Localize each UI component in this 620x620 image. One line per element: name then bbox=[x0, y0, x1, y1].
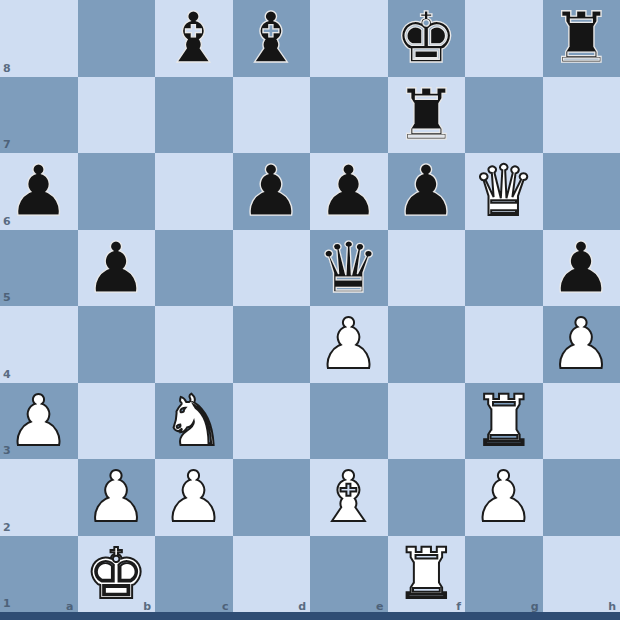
square-e6[interactable]: ♟ bbox=[310, 153, 388, 230]
piece-white-pawn[interactable]: ♟ bbox=[472, 459, 535, 535]
piece-black-pawn[interactable]: ♟ bbox=[7, 153, 70, 229]
piece-black-pawn[interactable]: ♟ bbox=[85, 230, 148, 306]
square-d5[interactable] bbox=[233, 230, 311, 307]
square-c6[interactable] bbox=[155, 153, 233, 230]
piece-black-pawn[interactable]: ♟ bbox=[240, 153, 303, 229]
piece-white-pawn[interactable]: ♟ bbox=[85, 459, 148, 535]
square-c1[interactable]: c bbox=[155, 536, 233, 613]
piece-black-queen[interactable]: ♛ bbox=[317, 230, 380, 306]
square-b2[interactable]: ♟ bbox=[78, 459, 156, 536]
board-bottom-bar bbox=[0, 612, 620, 620]
square-a3[interactable]: ♟3 bbox=[0, 383, 78, 460]
square-d6[interactable]: ♟ bbox=[233, 153, 311, 230]
square-b4[interactable] bbox=[78, 306, 156, 383]
square-d8[interactable]: ♝ bbox=[233, 0, 311, 77]
square-e3[interactable] bbox=[310, 383, 388, 460]
square-c3[interactable]: ♞ bbox=[155, 383, 233, 460]
square-f1[interactable]: ♜f bbox=[388, 536, 466, 613]
square-a6[interactable]: ♟6 bbox=[0, 153, 78, 230]
piece-black-rook[interactable]: ♜ bbox=[550, 0, 613, 76]
file-label-e: e bbox=[376, 601, 383, 612]
square-h7[interactable] bbox=[543, 77, 620, 154]
file-label-d: d bbox=[298, 601, 306, 612]
square-g4[interactable] bbox=[465, 306, 543, 383]
square-a2[interactable]: 2 bbox=[0, 459, 78, 536]
square-f6[interactable]: ♟ bbox=[388, 153, 466, 230]
square-f8[interactable]: ♚ bbox=[388, 0, 466, 77]
square-c7[interactable] bbox=[155, 77, 233, 154]
square-h3[interactable] bbox=[543, 383, 620, 460]
square-d1[interactable]: d bbox=[233, 536, 311, 613]
square-f4[interactable] bbox=[388, 306, 466, 383]
rank-label-6: 6 bbox=[3, 216, 11, 227]
square-c8[interactable]: ♝ bbox=[155, 0, 233, 77]
square-d3[interactable] bbox=[233, 383, 311, 460]
square-h2[interactable] bbox=[543, 459, 620, 536]
rank-label-8: 8 bbox=[3, 63, 11, 74]
square-d7[interactable] bbox=[233, 77, 311, 154]
square-g3[interactable]: ♜ bbox=[465, 383, 543, 460]
square-f3[interactable] bbox=[388, 383, 466, 460]
square-g6[interactable]: ♛ bbox=[465, 153, 543, 230]
piece-black-pawn[interactable]: ♟ bbox=[317, 153, 380, 229]
square-g1[interactable]: g bbox=[465, 536, 543, 613]
piece-white-rook[interactable]: ♜ bbox=[472, 383, 535, 459]
square-f7[interactable]: ♜ bbox=[388, 77, 466, 154]
square-e4[interactable]: ♟ bbox=[310, 306, 388, 383]
square-a1[interactable]: 1a bbox=[0, 536, 78, 613]
piece-white-pawn[interactable]: ♟ bbox=[162, 459, 225, 535]
square-b6[interactable] bbox=[78, 153, 156, 230]
piece-black-rook[interactable]: ♜ bbox=[395, 77, 458, 153]
piece-white-queen[interactable]: ♛ bbox=[472, 153, 535, 229]
rank-label-5: 5 bbox=[3, 292, 11, 303]
chess-board: 8♝♝♚♜7♜♟6♟♟♟♛5♟♛♟4♟♟♟3♞♜2♟♟♝♟1a♚bcde♜fgh bbox=[0, 0, 620, 612]
piece-black-pawn[interactable]: ♟ bbox=[550, 230, 613, 306]
square-g5[interactable] bbox=[465, 230, 543, 307]
square-e2[interactable]: ♝ bbox=[310, 459, 388, 536]
rank-label-2: 2 bbox=[3, 522, 11, 533]
file-label-c: c bbox=[222, 601, 229, 612]
file-label-a: a bbox=[66, 601, 73, 612]
square-e5[interactable]: ♛ bbox=[310, 230, 388, 307]
piece-white-rook[interactable]: ♜ bbox=[395, 536, 458, 612]
piece-black-pawn[interactable]: ♟ bbox=[395, 153, 458, 229]
square-a7[interactable]: 7 bbox=[0, 77, 78, 154]
square-e7[interactable] bbox=[310, 77, 388, 154]
piece-black-bishop[interactable]: ♝ bbox=[162, 0, 225, 76]
piece-black-king[interactable]: ♚ bbox=[395, 0, 458, 76]
square-b8[interactable] bbox=[78, 0, 156, 77]
file-label-b: b bbox=[143, 601, 151, 612]
square-g7[interactable] bbox=[465, 77, 543, 154]
chess-board-area: 8♝♝♚♜7♜♟6♟♟♟♛5♟♛♟4♟♟♟3♞♜2♟♟♝♟1a♚bcde♜fgh bbox=[0, 0, 620, 620]
file-label-h: h bbox=[608, 601, 616, 612]
file-label-f: f bbox=[456, 601, 461, 612]
square-h4[interactable]: ♟ bbox=[543, 306, 620, 383]
square-h6[interactable] bbox=[543, 153, 620, 230]
piece-white-pawn[interactable]: ♟ bbox=[7, 383, 70, 459]
file-label-g: g bbox=[531, 601, 539, 612]
square-g2[interactable]: ♟ bbox=[465, 459, 543, 536]
square-d4[interactable] bbox=[233, 306, 311, 383]
square-a5[interactable]: 5 bbox=[0, 230, 78, 307]
square-a8[interactable]: 8 bbox=[0, 0, 78, 77]
piece-white-bishop[interactable]: ♝ bbox=[317, 459, 380, 535]
square-c5[interactable] bbox=[155, 230, 233, 307]
piece-white-pawn[interactable]: ♟ bbox=[550, 306, 613, 382]
square-h5[interactable]: ♟ bbox=[543, 230, 620, 307]
square-d2[interactable] bbox=[233, 459, 311, 536]
piece-white-knight[interactable]: ♞ bbox=[162, 383, 225, 459]
square-h1[interactable]: h bbox=[543, 536, 620, 613]
rank-label-3: 3 bbox=[3, 445, 11, 456]
square-b1[interactable]: ♚b bbox=[78, 536, 156, 613]
square-g8[interactable] bbox=[465, 0, 543, 77]
square-c2[interactable]: ♟ bbox=[155, 459, 233, 536]
rank-label-1: 1 bbox=[3, 598, 11, 609]
piece-white-pawn[interactable]: ♟ bbox=[317, 306, 380, 382]
piece-black-bishop[interactable]: ♝ bbox=[240, 0, 303, 76]
square-e8[interactable] bbox=[310, 0, 388, 77]
square-h8[interactable]: ♜ bbox=[543, 0, 620, 77]
piece-white-king[interactable]: ♚ bbox=[85, 536, 148, 612]
rank-label-7: 7 bbox=[3, 139, 11, 150]
square-a4[interactable]: 4 bbox=[0, 306, 78, 383]
square-b3[interactable] bbox=[78, 383, 156, 460]
rank-label-4: 4 bbox=[3, 369, 11, 380]
square-f2[interactable] bbox=[388, 459, 466, 536]
square-e1[interactable]: e bbox=[310, 536, 388, 613]
square-c4[interactable] bbox=[155, 306, 233, 383]
square-b5[interactable]: ♟ bbox=[78, 230, 156, 307]
square-f5[interactable] bbox=[388, 230, 466, 307]
square-b7[interactable] bbox=[78, 77, 156, 154]
